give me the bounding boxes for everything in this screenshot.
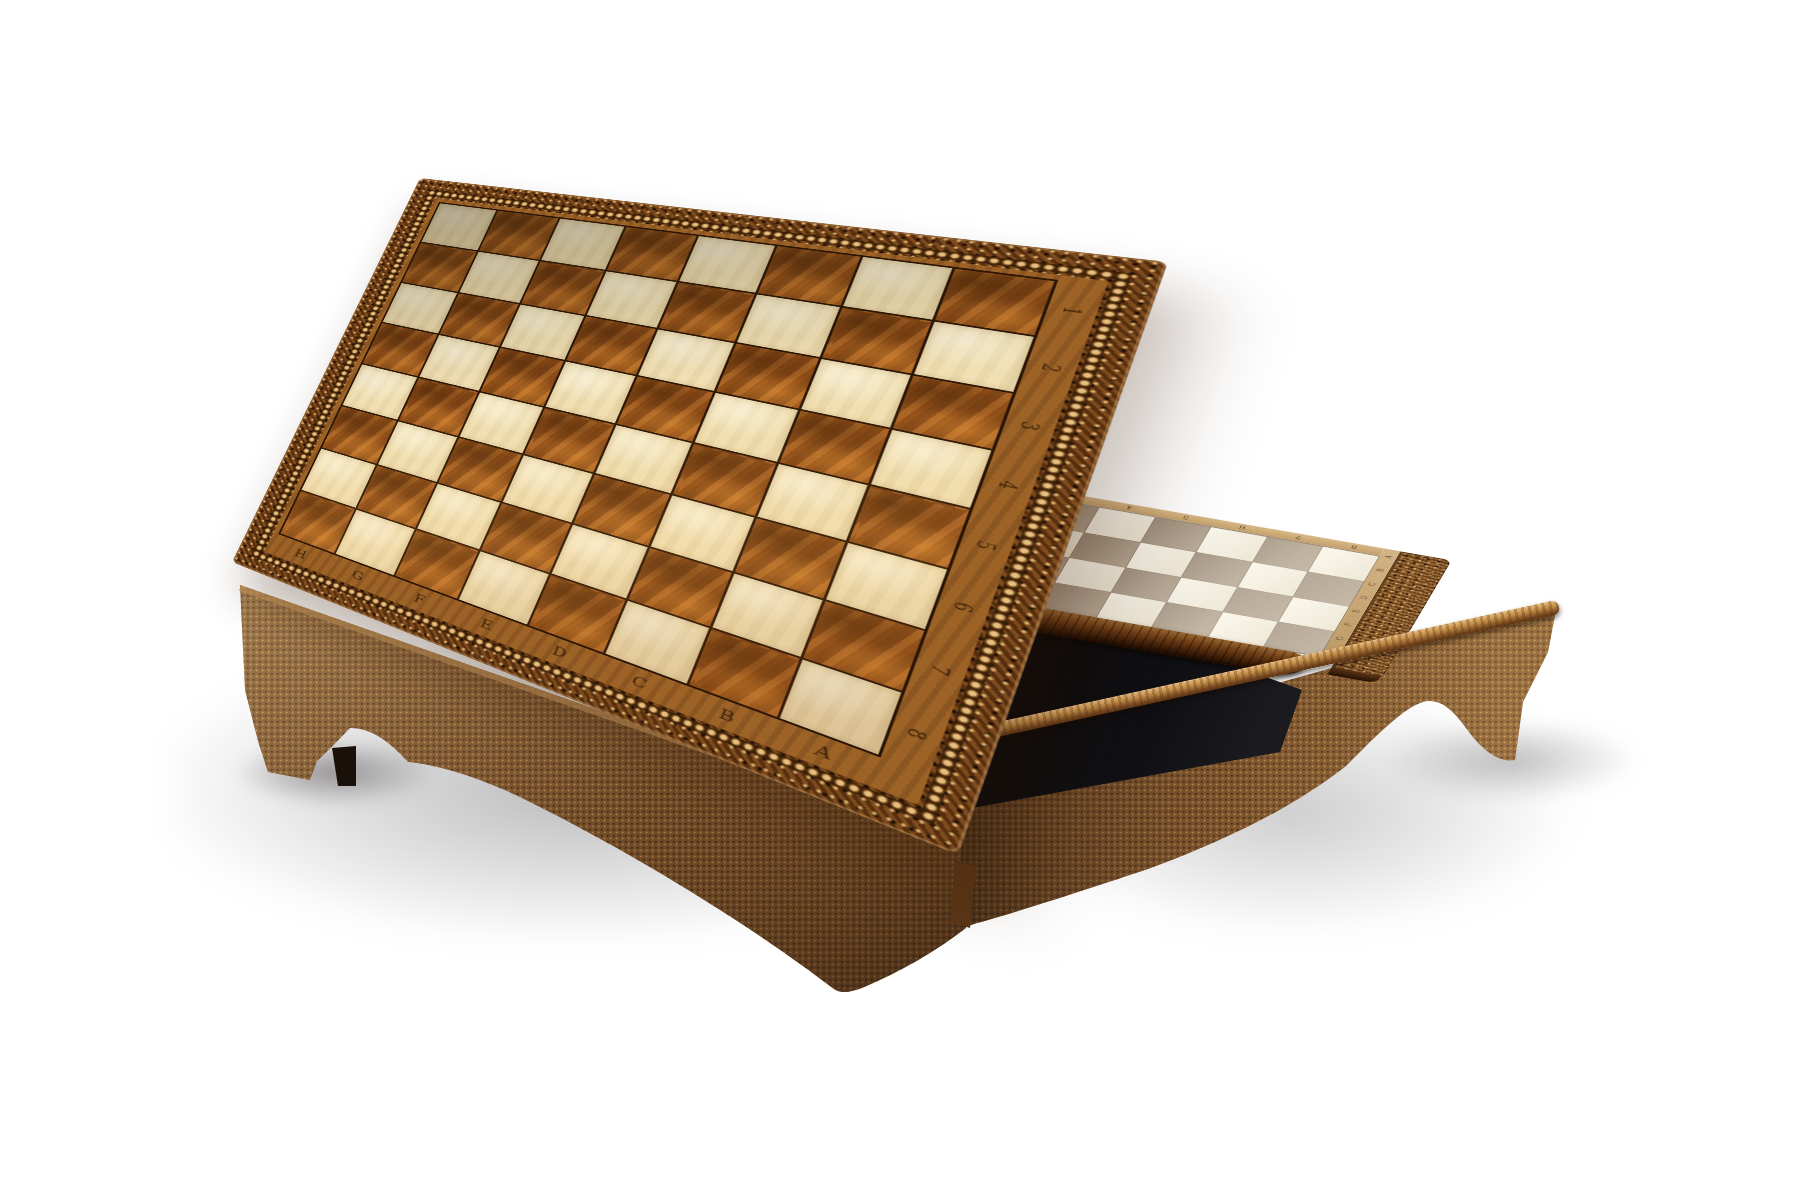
product-photo-scene: 12345678 ABCDEFGH HGFEDCBA 12345678 <box>0 0 1800 1200</box>
box-rear-foot <box>332 746 356 786</box>
